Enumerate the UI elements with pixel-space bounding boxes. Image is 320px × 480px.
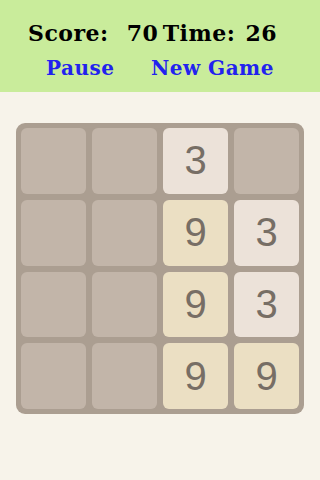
empty-cell [92,128,157,194]
tile-9: 9 [163,200,228,266]
score-display: Score: 70 [28,20,158,46]
board[interactable]: 3939399 [16,123,304,414]
empty-cell [21,200,86,266]
buttons-row: Pause New Game [0,56,320,80]
header: Score: 70 Time: 26 Pause New Game [0,0,320,92]
empty-cell [234,128,299,194]
app-window: Score: 70 Time: 26 Pause New Game 393939… [0,0,320,480]
empty-cell [21,272,86,338]
time-display: Time: 26 [163,20,277,46]
stats-row: Score: 70 Time: 26 [0,20,320,46]
play-area: 3939399 [0,123,320,414]
empty-cell [92,200,157,266]
empty-cell [92,343,157,409]
tile-3: 3 [234,272,299,338]
empty-cell [92,272,157,338]
tile-9: 9 [163,343,228,409]
score-label: Score: [28,20,109,46]
pause-button[interactable]: Pause [46,56,115,80]
tile-9: 9 [163,272,228,338]
time-label: Time: [163,20,236,46]
tile-3: 3 [234,200,299,266]
empty-cell [21,343,86,409]
time-value: 26 [245,20,277,46]
tile-9: 9 [234,343,299,409]
score-value: 70 [127,20,159,46]
empty-cell [21,128,86,194]
new-game-button[interactable]: New Game [151,56,274,80]
tile-3: 3 [163,128,228,194]
